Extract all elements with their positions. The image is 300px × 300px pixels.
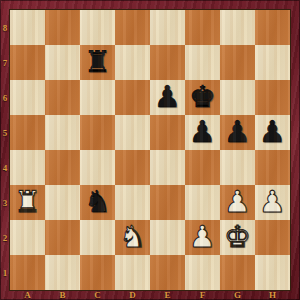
square-a2[interactable] — [10, 220, 45, 255]
rank-label-7: 7 — [0, 45, 10, 80]
rank-label-2: 2 — [0, 220, 10, 255]
rank-label-1: 1 — [0, 255, 10, 290]
square-a4[interactable] — [10, 150, 45, 185]
square-b5[interactable] — [45, 115, 80, 150]
square-a6[interactable] — [10, 80, 45, 115]
square-e4[interactable] — [150, 150, 185, 185]
square-b1[interactable] — [45, 255, 80, 290]
file-label-d: D — [115, 290, 150, 300]
square-c6[interactable] — [80, 80, 115, 115]
square-a7[interactable] — [10, 45, 45, 80]
square-h3[interactable]: ♟ — [255, 185, 290, 220]
rank-label-5: 5 — [0, 115, 10, 150]
square-h7[interactable] — [255, 45, 290, 80]
square-h1[interactable] — [255, 255, 290, 290]
square-f2[interactable]: ♟ — [185, 220, 220, 255]
square-d3[interactable] — [115, 185, 150, 220]
rank-label-3: 3 — [0, 185, 10, 220]
square-d7[interactable] — [115, 45, 150, 80]
square-g6[interactable] — [220, 80, 255, 115]
black-pawn[interactable]: ♟ — [154, 79, 181, 114]
square-a5[interactable] — [10, 115, 45, 150]
square-d4[interactable] — [115, 150, 150, 185]
square-b8[interactable] — [45, 10, 80, 45]
square-b6[interactable] — [45, 80, 80, 115]
chess-board: ♜♟♚♟♟♟♜♞♟♟♞♟♚ — [10, 10, 290, 290]
file-label-c: C — [80, 290, 115, 300]
rank-labels: 87654321 — [0, 10, 10, 290]
square-c8[interactable] — [80, 10, 115, 45]
black-knight[interactable]: ♞ — [84, 184, 111, 219]
square-f3[interactable] — [185, 185, 220, 220]
square-c5[interactable] — [80, 115, 115, 150]
file-labels: ABCDEFGH — [10, 290, 290, 300]
black-rook[interactable]: ♜ — [84, 44, 111, 79]
file-label-h: H — [255, 290, 290, 300]
white-rook[interactable]: ♜ — [14, 184, 41, 219]
square-e7[interactable] — [150, 45, 185, 80]
file-label-a: A — [10, 290, 45, 300]
square-d5[interactable] — [115, 115, 150, 150]
rank-label-8: 8 — [0, 10, 10, 45]
square-d2[interactable]: ♞ — [115, 220, 150, 255]
white-knight[interactable]: ♞ — [119, 219, 146, 254]
square-f1[interactable] — [185, 255, 220, 290]
square-g7[interactable] — [220, 45, 255, 80]
square-h6[interactable] — [255, 80, 290, 115]
square-f8[interactable] — [185, 10, 220, 45]
black-pawn[interactable]: ♟ — [224, 114, 251, 149]
square-h2[interactable] — [255, 220, 290, 255]
square-a1[interactable] — [10, 255, 45, 290]
square-e5[interactable] — [150, 115, 185, 150]
square-h5[interactable]: ♟ — [255, 115, 290, 150]
square-e3[interactable] — [150, 185, 185, 220]
square-f7[interactable] — [185, 45, 220, 80]
file-label-g: G — [220, 290, 255, 300]
square-d6[interactable] — [115, 80, 150, 115]
square-g3[interactable]: ♟ — [220, 185, 255, 220]
square-g1[interactable] — [220, 255, 255, 290]
square-f5[interactable]: ♟ — [185, 115, 220, 150]
square-c7[interactable]: ♜ — [80, 45, 115, 80]
square-b2[interactable] — [45, 220, 80, 255]
square-e1[interactable] — [150, 255, 185, 290]
chess-board-frame: 87654321 ABCDEFGH ♜♟♚♟♟♟♜♞♟♟♞♟♚ — [0, 0, 300, 300]
square-d1[interactable] — [115, 255, 150, 290]
square-a8[interactable] — [10, 10, 45, 45]
file-label-b: B — [45, 290, 80, 300]
white-king[interactable]: ♚ — [224, 219, 251, 254]
white-pawn[interactable]: ♟ — [259, 184, 286, 219]
square-g2[interactable]: ♚ — [220, 220, 255, 255]
white-pawn[interactable]: ♟ — [224, 184, 251, 219]
file-label-e: E — [150, 290, 185, 300]
square-g5[interactable]: ♟ — [220, 115, 255, 150]
square-g4[interactable] — [220, 150, 255, 185]
black-pawn[interactable]: ♟ — [259, 114, 286, 149]
square-h8[interactable] — [255, 10, 290, 45]
square-g8[interactable] — [220, 10, 255, 45]
square-f6[interactable]: ♚ — [185, 80, 220, 115]
file-label-f: F — [185, 290, 220, 300]
square-c1[interactable] — [80, 255, 115, 290]
square-b4[interactable] — [45, 150, 80, 185]
square-f4[interactable] — [185, 150, 220, 185]
square-h4[interactable] — [255, 150, 290, 185]
square-e2[interactable] — [150, 220, 185, 255]
square-d8[interactable] — [115, 10, 150, 45]
square-b7[interactable] — [45, 45, 80, 80]
square-a3[interactable]: ♜ — [10, 185, 45, 220]
square-c2[interactable] — [80, 220, 115, 255]
black-king[interactable]: ♚ — [189, 79, 216, 114]
square-c4[interactable] — [80, 150, 115, 185]
black-pawn[interactable]: ♟ — [189, 114, 216, 149]
square-e8[interactable] — [150, 10, 185, 45]
rank-label-6: 6 — [0, 80, 10, 115]
rank-label-4: 4 — [0, 150, 10, 185]
square-e6[interactable]: ♟ — [150, 80, 185, 115]
square-c3[interactable]: ♞ — [80, 185, 115, 220]
square-b3[interactable] — [45, 185, 80, 220]
white-pawn[interactable]: ♟ — [189, 219, 216, 254]
